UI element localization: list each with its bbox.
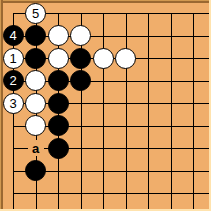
stone-black [25,160,46,181]
grid-line-vertical-9 [193,13,194,209]
stone-black [70,70,91,91]
stone-white [48,25,69,46]
stone-black [48,138,69,159]
stone-black [48,93,69,114]
grid-line-vertical-6 [126,13,127,209]
stone-white [25,115,46,136]
grid-line-vertical-5 [103,13,104,209]
grid-line-horizontal-9 [13,193,209,194]
stone-black [48,115,69,136]
board-edge-bottom [0,209,211,211]
stone-white-move-1: 1 [3,48,24,69]
stone-black [70,48,91,69]
stone-white [115,48,136,69]
stone-black [48,70,69,91]
stone-black-move-4: 4 [3,25,24,46]
stone-white-move-5: 5 [25,3,46,24]
stone-black-move-2: 2 [3,70,24,91]
stone-white [25,70,46,91]
stone-white [48,48,69,69]
stone-white [70,25,91,46]
stone-black [25,48,46,69]
grid-line-vertical-8 [171,13,172,209]
go-board: 54123a [0,0,211,211]
stone-white [93,48,114,69]
grid-line-vertical-7 [148,13,149,209]
stone-white [25,93,46,114]
board-edge-right [209,0,211,211]
stone-black [25,25,46,46]
point-label-a: a [28,140,44,156]
stone-white-move-3: 3 [3,93,24,114]
